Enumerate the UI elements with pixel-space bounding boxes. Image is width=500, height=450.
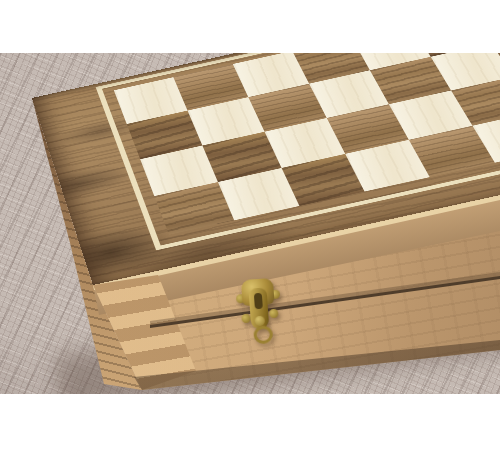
board-square xyxy=(140,145,218,196)
board-square xyxy=(127,111,203,160)
letterbox-bottom xyxy=(0,394,500,450)
board-square xyxy=(345,140,430,192)
letterbox-top xyxy=(0,0,500,53)
board-field xyxy=(114,53,500,235)
board-square xyxy=(114,77,188,124)
board-square xyxy=(309,70,389,118)
board-square xyxy=(431,53,500,90)
board-square xyxy=(292,53,370,84)
board-square xyxy=(370,57,451,104)
board-square xyxy=(173,64,248,111)
board-square xyxy=(411,53,491,57)
photo-area xyxy=(0,53,500,394)
board-square xyxy=(265,118,346,168)
board-square xyxy=(389,90,473,139)
board-square xyxy=(352,53,431,70)
board-square xyxy=(491,53,500,77)
product-photo-stage xyxy=(0,0,500,450)
clasp-wing-icon xyxy=(269,309,279,319)
board-square xyxy=(282,154,365,206)
clasp-hasp-arm xyxy=(248,287,269,329)
brass-clasp xyxy=(234,277,284,342)
board-square xyxy=(451,77,500,126)
board-square xyxy=(188,97,265,145)
board-square xyxy=(218,168,299,220)
board-square xyxy=(202,132,281,182)
board-square xyxy=(472,112,500,163)
board-square xyxy=(154,182,234,235)
board-square xyxy=(409,126,495,177)
board-square xyxy=(233,53,309,97)
board-square xyxy=(248,84,326,132)
board-square xyxy=(327,104,409,154)
